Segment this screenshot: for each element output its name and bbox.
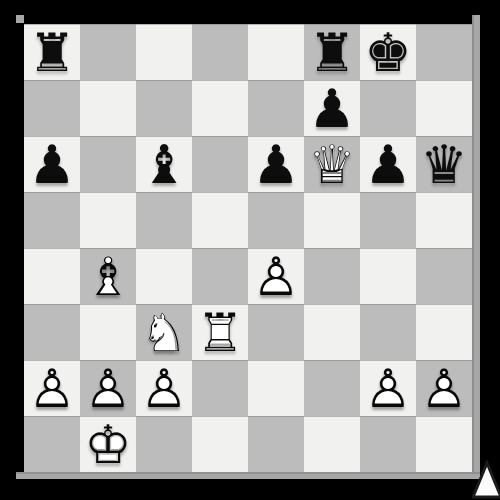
square-e6[interactable]: ♟ (248, 136, 304, 192)
square-h2[interactable]: ♟♙ (416, 360, 472, 416)
square-g6[interactable]: ♟ (360, 136, 416, 192)
square-d8[interactable] (192, 24, 248, 80)
square-e1[interactable] (248, 416, 304, 472)
square-h5[interactable] (416, 192, 472, 248)
square-e7[interactable] (248, 80, 304, 136)
black-pawn-glyph: ♟ (248, 136, 304, 192)
square-a2[interactable]: ♟♙ (24, 360, 80, 416)
square-g1[interactable] (360, 416, 416, 472)
piece-black-rook[interactable]: ♜ (24, 24, 80, 80)
square-f1[interactable] (304, 416, 360, 472)
black-pawn-glyph: ♟ (24, 136, 80, 192)
black-rook-glyph: ♜ (24, 24, 80, 80)
square-c3[interactable]: ♞♘ (136, 304, 192, 360)
white-pawn-outline: ♙ (24, 360, 80, 416)
square-a5[interactable] (24, 192, 80, 248)
square-b6[interactable] (80, 136, 136, 192)
square-a6[interactable]: ♟ (24, 136, 80, 192)
square-g7[interactable] (360, 80, 416, 136)
white-pawn-outline: ♙ (136, 360, 192, 416)
piece-black-pawn[interactable]: ♟ (360, 136, 416, 192)
square-c7[interactable] (136, 80, 192, 136)
square-b2[interactable]: ♟♙ (80, 360, 136, 416)
square-d7[interactable] (192, 80, 248, 136)
square-h3[interactable] (416, 304, 472, 360)
black-rook-glyph: ♜ (304, 24, 360, 80)
board-frame-right (472, 15, 480, 479)
square-b1[interactable]: ♚♔ (80, 416, 136, 472)
square-h7[interactable] (416, 80, 472, 136)
square-e3[interactable] (248, 304, 304, 360)
square-e2[interactable] (248, 360, 304, 416)
square-g5[interactable] (360, 192, 416, 248)
square-g2[interactable]: ♟♙ (360, 360, 416, 416)
square-c4[interactable] (136, 248, 192, 304)
cursor-triangle-icon (472, 459, 500, 500)
square-f6[interactable]: ♛♕ (304, 136, 360, 192)
black-pawn-glyph: ♟ (360, 136, 416, 192)
square-c6[interactable]: ♝ (136, 136, 192, 192)
white-knight-outline: ♘ (136, 304, 192, 360)
piece-black-queen[interactable]: ♛ (416, 136, 472, 192)
piece-white-knight[interactable]: ♞♘ (136, 304, 192, 360)
piece-black-rook[interactable]: ♜ (304, 24, 360, 80)
piece-black-pawn[interactable]: ♟ (304, 80, 360, 136)
square-b7[interactable] (80, 80, 136, 136)
square-b4[interactable]: ♝♗ (80, 248, 136, 304)
square-a1[interactable] (24, 416, 80, 472)
square-f5[interactable] (304, 192, 360, 248)
chess-diagram: ♜♜♚♟♟♝♟♛♕♟♛♝♗♟♙♞♘♜♖♟♙♟♙♟♙♟♙♟♙♚♔ (0, 0, 500, 500)
square-f8[interactable]: ♜ (304, 24, 360, 80)
square-d5[interactable] (192, 192, 248, 248)
piece-black-pawn[interactable]: ♟ (24, 136, 80, 192)
square-c1[interactable] (136, 416, 192, 472)
frame-corner-marker (16, 15, 24, 23)
square-g8[interactable]: ♚ (360, 24, 416, 80)
square-f4[interactable] (304, 248, 360, 304)
chess-board[interactable]: ♜♜♚♟♟♝♟♛♕♟♛♝♗♟♙♞♘♜♖♟♙♟♙♟♙♟♙♟♙♚♔ (24, 24, 472, 472)
square-a8[interactable]: ♜ (24, 24, 80, 80)
piece-white-pawn[interactable]: ♟♙ (360, 360, 416, 416)
square-c8[interactable] (136, 24, 192, 80)
square-b8[interactable] (80, 24, 136, 80)
square-d1[interactable] (192, 416, 248, 472)
black-queen-glyph: ♛ (416, 136, 472, 192)
square-d6[interactable] (192, 136, 248, 192)
white-pawn-outline: ♙ (416, 360, 472, 416)
piece-white-pawn[interactable]: ♟♙ (248, 248, 304, 304)
piece-black-king[interactable]: ♚ (360, 24, 416, 80)
piece-white-bishop[interactable]: ♝♗ (80, 248, 136, 304)
piece-white-queen[interactable]: ♛♕ (304, 136, 360, 192)
white-king-outline: ♔ (80, 416, 136, 472)
white-pawn-outline: ♙ (248, 248, 304, 304)
white-pawn-outline: ♙ (80, 360, 136, 416)
square-e4[interactable]: ♟♙ (248, 248, 304, 304)
square-d3[interactable]: ♜♖ (192, 304, 248, 360)
square-b3[interactable] (80, 304, 136, 360)
square-d2[interactable] (192, 360, 248, 416)
piece-white-king[interactable]: ♚♔ (80, 416, 136, 472)
square-f2[interactable] (304, 360, 360, 416)
square-a7[interactable] (24, 80, 80, 136)
square-g3[interactable] (360, 304, 416, 360)
square-e8[interactable] (248, 24, 304, 80)
square-c5[interactable] (136, 192, 192, 248)
piece-white-pawn[interactable]: ♟♙ (80, 360, 136, 416)
white-rook-outline: ♖ (192, 304, 248, 360)
square-h8[interactable] (416, 24, 472, 80)
piece-white-pawn[interactable]: ♟♙ (136, 360, 192, 416)
black-bishop-glyph: ♝ (136, 136, 192, 192)
piece-black-pawn[interactable]: ♟ (248, 136, 304, 192)
square-a3[interactable] (24, 304, 80, 360)
black-pawn-glyph: ♟ (304, 80, 360, 136)
square-a4[interactable] (24, 248, 80, 304)
square-b5[interactable] (80, 192, 136, 248)
square-d4[interactable] (192, 248, 248, 304)
square-f7[interactable]: ♟ (304, 80, 360, 136)
white-bishop-outline: ♗ (80, 248, 136, 304)
square-h1[interactable] (416, 416, 472, 472)
white-pawn-outline: ♙ (360, 360, 416, 416)
piece-black-bishop[interactable]: ♝ (136, 136, 192, 192)
square-c2[interactable]: ♟♙ (136, 360, 192, 416)
square-h4[interactable] (416, 248, 472, 304)
square-f3[interactable] (304, 304, 360, 360)
piece-white-pawn[interactable]: ♟♙ (416, 360, 472, 416)
piece-white-pawn[interactable]: ♟♙ (24, 360, 80, 416)
white-queen-outline: ♕ (304, 136, 360, 192)
black-king-glyph: ♚ (360, 24, 416, 80)
piece-white-rook[interactable]: ♜♖ (192, 304, 248, 360)
square-g4[interactable] (360, 248, 416, 304)
square-e5[interactable] (248, 192, 304, 248)
square-h6[interactable]: ♛ (416, 136, 472, 192)
